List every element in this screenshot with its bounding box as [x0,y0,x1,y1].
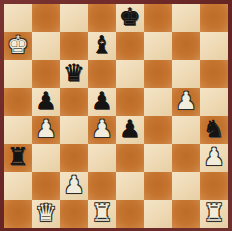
square-h7[interactable] [200,32,228,60]
square-a5[interactable] [4,88,32,116]
square-h2[interactable] [200,172,228,200]
square-g1[interactable] [172,200,200,228]
square-d6[interactable] [88,60,116,88]
square-a6[interactable] [4,60,32,88]
white-pawn[interactable]: ♟ [63,173,85,197]
square-h8[interactable] [200,4,228,32]
square-h5[interactable] [200,88,228,116]
square-h4[interactable]: ♞ [200,116,228,144]
black-pawn[interactable]: ♟ [91,89,113,113]
square-e1[interactable] [116,200,144,228]
square-c7[interactable] [60,32,88,60]
square-b2[interactable] [32,172,60,200]
square-d1[interactable]: ♜ [88,200,116,228]
square-f7[interactable] [144,32,172,60]
square-h3[interactable]: ♟ [200,144,228,172]
square-g3[interactable] [172,144,200,172]
square-h1[interactable]: ♜ [200,200,228,228]
square-h6[interactable] [200,60,228,88]
square-a2[interactable] [4,172,32,200]
square-e3[interactable] [116,144,144,172]
white-rook[interactable]: ♜ [203,201,225,225]
square-f6[interactable] [144,60,172,88]
square-d3[interactable] [88,144,116,172]
square-c2[interactable]: ♟ [60,172,88,200]
square-b8[interactable] [32,4,60,32]
square-b4[interactable]: ♟ [32,116,60,144]
square-c3[interactable] [60,144,88,172]
square-g7[interactable] [172,32,200,60]
square-g2[interactable] [172,172,200,200]
black-knight[interactable]: ♞ [203,117,225,141]
white-rook[interactable]: ♜ [91,201,113,225]
square-e2[interactable] [116,172,144,200]
square-f2[interactable] [144,172,172,200]
square-a4[interactable] [4,116,32,144]
square-a1[interactable] [4,200,32,228]
square-d7[interactable]: ♝ [88,32,116,60]
chess-board: ♚♚♝♛♟♟♟♟♟♟♞♜♟♟♛♜♜ [4,4,228,228]
square-b6[interactable] [32,60,60,88]
square-e7[interactable] [116,32,144,60]
square-c1[interactable] [60,200,88,228]
square-c6[interactable]: ♛ [60,60,88,88]
black-pawn[interactable]: ♟ [119,117,141,141]
square-f5[interactable] [144,88,172,116]
square-d8[interactable] [88,4,116,32]
white-pawn[interactable]: ♟ [175,89,197,113]
square-g5[interactable]: ♟ [172,88,200,116]
square-c8[interactable] [60,4,88,32]
square-b1[interactable]: ♛ [32,200,60,228]
white-pawn[interactable]: ♟ [35,117,57,141]
black-king[interactable]: ♚ [119,5,141,29]
black-bishop[interactable]: ♝ [91,33,113,57]
board-frame: ♚♚♝♛♟♟♟♟♟♟♞♜♟♟♛♜♜ [0,0,232,231]
black-rook[interactable]: ♜ [7,145,29,169]
square-b3[interactable] [32,144,60,172]
black-queen[interactable]: ♛ [63,61,85,85]
square-e4[interactable]: ♟ [116,116,144,144]
square-e8[interactable]: ♚ [116,4,144,32]
square-a3[interactable]: ♜ [4,144,32,172]
square-e6[interactable] [116,60,144,88]
square-c5[interactable] [60,88,88,116]
square-d4[interactable]: ♟ [88,116,116,144]
square-c4[interactable] [60,116,88,144]
black-pawn[interactable]: ♟ [35,89,57,113]
white-pawn[interactable]: ♟ [203,145,225,169]
white-queen[interactable]: ♛ [35,201,57,225]
square-a8[interactable] [4,4,32,32]
square-a7[interactable]: ♚ [4,32,32,60]
square-g8[interactable] [172,4,200,32]
square-d2[interactable] [88,172,116,200]
square-b5[interactable]: ♟ [32,88,60,116]
square-f1[interactable] [144,200,172,228]
square-f8[interactable] [144,4,172,32]
square-g6[interactable] [172,60,200,88]
white-pawn[interactable]: ♟ [91,117,113,141]
square-d5[interactable]: ♟ [88,88,116,116]
white-king[interactable]: ♚ [7,33,29,57]
square-g4[interactable] [172,116,200,144]
square-e5[interactable] [116,88,144,116]
square-f4[interactable] [144,116,172,144]
square-b7[interactable] [32,32,60,60]
square-f3[interactable] [144,144,172,172]
